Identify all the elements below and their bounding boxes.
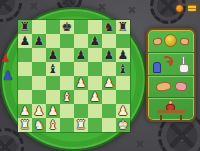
square-e7[interactable] [74, 34, 88, 48]
square-f1[interactable] [88, 118, 102, 132]
square-f4[interactable] [88, 76, 102, 90]
piece-black-rook[interactable]: ♜ [118, 20, 129, 34]
stone-mark [12, 142, 20, 150]
piece-white-bishop[interactable]: ♝ [48, 118, 59, 132]
piece-white-king[interactable]: ♚ [118, 118, 129, 132]
square-e6[interactable]: ♟ [74, 48, 88, 62]
coin-icon [164, 34, 177, 47]
square-g8[interactable]: ♞ [102, 20, 116, 34]
square-c1[interactable]: ♝ [46, 118, 60, 132]
blue-pawn-indicator: ♟ [2, 69, 14, 82]
piece-black-pawn[interactable]: ♟ [20, 34, 31, 48]
piece-white-rook[interactable]: ♜ [76, 118, 87, 132]
square-g2[interactable] [102, 104, 116, 118]
square-b6[interactable] [32, 48, 46, 62]
square-g5[interactable] [102, 62, 116, 76]
grab-hand-icon[interactable] [174, 81, 187, 92]
yellow-striped-button[interactable] [187, 4, 197, 12]
piece-white-pawn[interactable]: ♟ [48, 104, 59, 118]
piece-black-pawn[interactable]: ♟ [34, 34, 45, 48]
square-b7[interactable]: ♟ [32, 34, 46, 48]
piece-black-pawn[interactable]: ♟ [76, 48, 87, 62]
square-d2[interactable] [60, 104, 74, 118]
square-c4[interactable] [46, 76, 60, 90]
square-h2[interactable]: ♟ [116, 104, 130, 118]
square-a2[interactable]: ♟ [18, 104, 32, 118]
square-d8[interactable]: ♚ [60, 20, 74, 34]
square-f3[interactable]: ♟ [88, 90, 102, 104]
fist-left-icon [152, 37, 162, 46]
piece-white-bishop[interactable]: ♝ [62, 90, 73, 104]
square-f5[interactable] [88, 62, 102, 76]
piece-black-king[interactable]: ♚ [62, 20, 73, 34]
square-d1[interactable] [60, 118, 74, 132]
open-hand-icon[interactable] [155, 81, 171, 92]
stone-mark [30, 2, 38, 10]
game-screen: ♜♚♞♜♟♟♟♟♟♟♟♝♝♟♟♝♟♟♟♟♟♜♞♝♜♚ ♟ ♟ [0, 0, 200, 151]
square-g6[interactable]: ♟ [102, 48, 116, 62]
palm-icon [179, 64, 189, 73]
square-a3[interactable] [18, 90, 32, 104]
piece-white-pawn[interactable]: ♟ [90, 90, 101, 104]
square-a5[interactable] [18, 62, 32, 76]
blue-piece-icon [153, 62, 161, 73]
square-b5[interactable] [32, 62, 46, 76]
piece-white-pawn[interactable]: ♟ [20, 104, 31, 118]
red-undo-arrow-icon [159, 54, 173, 68]
square-d6[interactable] [60, 48, 74, 62]
sitting-figure-bench-icon [156, 100, 186, 118]
stone-mark [98, 3, 106, 11]
square-h8[interactable]: ♜ [116, 20, 130, 34]
square-e8[interactable] [74, 20, 88, 34]
resign-bench-button[interactable] [148, 97, 194, 120]
bench-icon [157, 110, 185, 118]
piece-white-pawn[interactable]: ♟ [118, 104, 129, 118]
piece-black-knight[interactable]: ♞ [104, 20, 115, 34]
square-e3[interactable] [74, 90, 88, 104]
orange-round-button[interactable] [175, 4, 184, 13]
square-h6[interactable]: ♟ [116, 48, 130, 62]
square-a4[interactable] [18, 76, 32, 90]
square-b4[interactable] [32, 76, 46, 90]
square-b2[interactable]: ♟ [32, 104, 46, 118]
square-f7[interactable]: ♟ [88, 34, 102, 48]
square-a8[interactable]: ♜ [18, 20, 32, 34]
piece-white-rook[interactable]: ♜ [20, 118, 31, 132]
square-g7[interactable] [102, 34, 116, 48]
take-back-icon[interactable] [153, 56, 174, 73]
square-d5[interactable] [60, 62, 74, 76]
square-h1[interactable]: ♚ [116, 118, 130, 132]
square-a7[interactable]: ♟ [18, 34, 32, 48]
square-d4[interactable] [60, 76, 74, 90]
square-e2[interactable] [74, 104, 88, 118]
square-b1[interactable]: ♞ [32, 118, 46, 132]
square-g1[interactable] [102, 118, 116, 132]
piece-white-pawn[interactable]: ♟ [76, 76, 87, 90]
coin-fists-icon [153, 33, 189, 49]
takeback-hint-cell [148, 52, 194, 75]
square-f8[interactable] [88, 20, 102, 34]
stone-mark [136, 140, 144, 148]
piece-black-rook[interactable]: ♜ [20, 20, 31, 34]
square-d3[interactable]: ♝ [60, 90, 74, 104]
piece-black-pawn[interactable]: ♟ [118, 48, 129, 62]
draw-offer-button[interactable] [148, 30, 194, 52]
hint-hand-icon[interactable] [178, 56, 190, 73]
hands-cell [148, 75, 194, 97]
board: ♜♚♞♜♟♟♟♟♟♟♟♝♝♟♟♝♟♟♟♟♟♜♞♝♜♚ [18, 20, 130, 132]
square-d7[interactable] [60, 34, 74, 48]
action-panel [146, 28, 196, 122]
square-g4[interactable]: ♟ [102, 76, 116, 90]
red-pawn-indicator: ♟ [0, 53, 10, 64]
piece-black-pawn[interactable]: ♟ [104, 48, 115, 62]
piece-black-bishop[interactable]: ♝ [118, 62, 129, 76]
piece-white-pawn[interactable]: ♟ [104, 76, 115, 90]
square-c5[interactable]: ♝ [46, 62, 60, 76]
square-f6[interactable] [88, 48, 102, 62]
square-c8[interactable] [46, 20, 60, 34]
piece-white-knight[interactable]: ♞ [34, 118, 45, 132]
square-c6[interactable]: ♟ [46, 48, 60, 62]
square-h7[interactable] [116, 34, 130, 48]
gear-icon [0, 0, 22, 22]
piece-black-bishop[interactable]: ♝ [48, 62, 59, 76]
square-g3[interactable] [102, 90, 116, 104]
piece-black-pawn[interactable]: ♟ [90, 34, 101, 48]
piece-white-pawn[interactable]: ♟ [34, 104, 45, 118]
square-b3[interactable] [32, 90, 46, 104]
square-f2[interactable] [88, 104, 102, 118]
fist-right-icon [179, 37, 189, 46]
square-b8[interactable] [32, 20, 46, 34]
square-c2[interactable]: ♟ [46, 104, 60, 118]
square-h4[interactable] [116, 76, 130, 90]
stone-mark [128, 6, 136, 14]
square-a1[interactable]: ♜ [18, 118, 32, 132]
square-a6[interactable] [18, 48, 32, 62]
square-e4[interactable]: ♟ [74, 76, 88, 90]
square-e5[interactable] [74, 62, 88, 76]
square-c3[interactable] [46, 90, 60, 104]
square-c7[interactable] [46, 34, 60, 48]
piece-black-pawn[interactable]: ♟ [48, 48, 59, 62]
square-h3[interactable] [116, 90, 130, 104]
square-h5[interactable]: ♝ [116, 62, 130, 76]
square-e1[interactable]: ♜ [74, 118, 88, 132]
